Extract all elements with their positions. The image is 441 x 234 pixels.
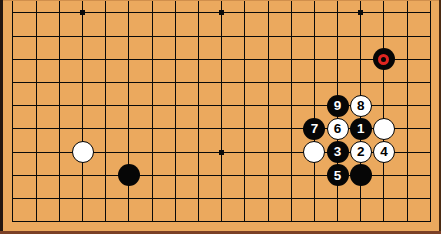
grid-line-v <box>198 117 199 140</box>
intersection-h8 <box>164 48 187 71</box>
intersection-b4 <box>25 141 48 164</box>
grid-line-v <box>152 141 153 164</box>
grid-line-v <box>152 71 153 94</box>
grid-line-v <box>268 164 269 187</box>
grid-line-v <box>198 48 199 71</box>
grid-line-v <box>12 0 13 25</box>
grid-line-v <box>407 164 408 187</box>
intersection-e3 <box>94 164 117 187</box>
grid-line-v <box>430 117 431 140</box>
intersection-n4 <box>280 141 303 164</box>
grid-line-v <box>221 210 222 222</box>
intersection-j6 <box>187 94 210 117</box>
grid-line-v <box>291 141 292 164</box>
intersection-l2 <box>233 187 256 210</box>
intersection-m3 <box>256 164 279 187</box>
grid-line-v <box>128 117 129 140</box>
intersection-o4 <box>303 141 326 164</box>
board-frame-left <box>0 0 3 234</box>
intersection-n6 <box>280 94 303 117</box>
grid-line-v <box>59 25 60 48</box>
intersection-c7 <box>48 71 71 94</box>
grid-line-v <box>82 210 83 222</box>
intersection-d9 <box>71 25 94 48</box>
intersection-j1 <box>187 210 210 233</box>
grid-line-v <box>268 141 269 164</box>
grid-line-v <box>291 71 292 94</box>
intersection-h10 <box>164 1 187 24</box>
grid-line-v <box>152 164 153 187</box>
grid-line-v <box>36 71 37 94</box>
grid-line-v <box>12 187 13 210</box>
intersection-o1 <box>303 210 326 233</box>
intersection-r5 <box>372 117 395 140</box>
grid-line-v <box>59 117 60 140</box>
intersection-a10 <box>1 1 24 24</box>
grid-line-v <box>59 0 60 25</box>
intersection-n9 <box>280 25 303 48</box>
intersection-c8 <box>48 48 71 71</box>
go-board: 987613245 <box>1 1 441 233</box>
intersection-m2 <box>256 187 279 210</box>
intersection-l8 <box>233 48 256 71</box>
grid-line-v <box>59 187 60 210</box>
intersection-h7 <box>164 71 187 94</box>
intersection-k1 <box>210 210 233 233</box>
intersection-b9 <box>25 25 48 48</box>
intersection-k4 <box>210 141 233 164</box>
intersection-k6 <box>210 94 233 117</box>
intersection-g3 <box>141 164 164 187</box>
intersection-g9 <box>141 25 164 48</box>
intersection-a8 <box>1 48 24 71</box>
stone-black-f3 <box>118 164 140 186</box>
grid-line-v <box>268 117 269 140</box>
intersection-l5 <box>233 117 256 140</box>
intersection-t7 <box>419 71 441 94</box>
grid-line-v <box>198 25 199 48</box>
intersection-k3 <box>210 164 233 187</box>
grid-line-v <box>291 164 292 187</box>
stone-white-r5 <box>373 118 395 140</box>
intersection-b1 <box>25 210 48 233</box>
intersection-n1 <box>280 210 303 233</box>
grid-line-h <box>12 198 24 199</box>
intersection-s5 <box>396 117 419 140</box>
intersection-e8 <box>94 48 117 71</box>
grid-line-v <box>314 48 315 71</box>
grid-line-v <box>383 71 384 94</box>
intersection-j5 <box>187 117 210 140</box>
grid-line-v <box>268 210 269 222</box>
intersection-j8 <box>187 48 210 71</box>
grid-line-v <box>36 141 37 164</box>
grid-line-v <box>407 94 408 117</box>
intersection-r6 <box>372 94 395 117</box>
grid-line-v <box>268 25 269 48</box>
grid-line-h <box>12 221 24 222</box>
intersection-q3 <box>349 164 372 187</box>
grid-line-v <box>152 48 153 71</box>
grid-line-v <box>244 71 245 94</box>
intersection-m8 <box>256 48 279 71</box>
intersection-h9 <box>164 25 187 48</box>
grid-line-v <box>82 94 83 117</box>
stone-white-d4 <box>72 141 94 163</box>
grid-line-v <box>291 25 292 48</box>
intersection-l7 <box>233 71 256 94</box>
intersection-e10 <box>94 1 117 24</box>
intersection-t3 <box>419 164 441 187</box>
intersection-a2 <box>1 187 24 210</box>
grid-line-v <box>430 164 431 187</box>
intersection-j2 <box>187 187 210 210</box>
move-number: 3 <box>334 145 342 159</box>
intersection-t6 <box>419 94 441 117</box>
grid-line-v <box>175 48 176 71</box>
intersection-p6: 9 <box>326 94 349 117</box>
grid-line-v <box>128 187 129 210</box>
grid-line-v <box>244 48 245 71</box>
intersection-p4: 3 <box>326 141 349 164</box>
intersection-g2 <box>141 187 164 210</box>
grid-line-v <box>59 210 60 222</box>
intersection-p2 <box>326 187 349 210</box>
grid-line-v <box>360 187 361 210</box>
intersection-l6 <box>233 94 256 117</box>
grid-line-v <box>291 48 292 71</box>
grid-line-v <box>383 25 384 48</box>
intersection-q7 <box>349 71 372 94</box>
grid-line-v <box>152 210 153 222</box>
intersection-m1 <box>256 210 279 233</box>
intersection-j3 <box>187 164 210 187</box>
grid-line-v <box>291 0 292 25</box>
grid-line-v <box>244 94 245 117</box>
move-number: 4 <box>380 145 388 159</box>
intersection-r9 <box>372 25 395 48</box>
intersection-m6 <box>256 94 279 117</box>
grid-line-v <box>12 25 13 48</box>
grid-line-v <box>175 164 176 187</box>
stone-white-o4 <box>303 141 325 163</box>
intersection-j7 <box>187 71 210 94</box>
intersection-e9 <box>94 25 117 48</box>
intersection-g8 <box>141 48 164 71</box>
intersection-o3 <box>303 164 326 187</box>
intersection-d1 <box>71 210 94 233</box>
grid-line-v <box>82 71 83 94</box>
star-point <box>80 10 85 15</box>
grid-line-v <box>268 0 269 25</box>
stone-white-p5: 6 <box>327 118 349 140</box>
move-number: 5 <box>334 169 342 183</box>
grid-line-h <box>12 59 24 60</box>
grid-line-v <box>36 48 37 71</box>
intersection-p8 <box>326 48 349 71</box>
grid-line-v <box>198 210 199 222</box>
intersection-j10 <box>187 1 210 24</box>
grid-line-h <box>12 82 24 83</box>
intersection-l3 <box>233 164 256 187</box>
intersection-d2 <box>71 187 94 210</box>
intersection-q5: 1 <box>349 117 372 140</box>
grid-line-v <box>12 71 13 94</box>
intersection-b5 <box>25 117 48 140</box>
grid-line-v <box>430 141 431 164</box>
intersection-a3 <box>1 164 24 187</box>
grid-line-v <box>430 210 431 222</box>
grid-line-v <box>36 0 37 25</box>
intersection-e1 <box>94 210 117 233</box>
intersection-m10 <box>256 1 279 24</box>
intersection-q6: 8 <box>349 94 372 117</box>
stone-black-r8-circle-marked <box>373 48 395 70</box>
grid-line-v <box>198 141 199 164</box>
grid-line-v <box>105 94 106 117</box>
intersection-f10 <box>117 1 140 24</box>
intersection-r1 <box>372 210 395 233</box>
intersection-o7 <box>303 71 326 94</box>
grid-line-h <box>12 128 24 129</box>
grid-line-v <box>152 94 153 117</box>
grid-line-v <box>407 48 408 71</box>
grid-line-v <box>337 48 338 71</box>
grid-line-v <box>407 141 408 164</box>
grid-line-v <box>175 117 176 140</box>
grid-line-h <box>12 175 24 176</box>
grid-line-v <box>291 210 292 222</box>
grid-line-v <box>82 25 83 48</box>
intersection-p1 <box>326 210 349 233</box>
grid-line-v <box>430 187 431 210</box>
intersection-e4 <box>94 141 117 164</box>
intersection-a7 <box>1 71 24 94</box>
grid-line-v <box>82 117 83 140</box>
grid-line-v <box>12 210 13 222</box>
intersection-f6 <box>117 94 140 117</box>
intersection-f1 <box>117 210 140 233</box>
intersection-d6 <box>71 94 94 117</box>
grid-line-v <box>244 164 245 187</box>
intersection-k9 <box>210 25 233 48</box>
move-number: 9 <box>334 99 342 113</box>
intersection-c1 <box>48 210 71 233</box>
grid-line-v <box>221 164 222 187</box>
intersection-t10 <box>419 1 441 24</box>
grid-line-v <box>337 210 338 222</box>
grid-line-v <box>268 71 269 94</box>
grid-line-v <box>82 187 83 210</box>
grid-line-v <box>152 0 153 25</box>
grid-line-v <box>105 48 106 71</box>
grid-line-v <box>244 25 245 48</box>
intersection-a4 <box>1 141 24 164</box>
grid-line-v <box>36 210 37 222</box>
stone-black-q5: 1 <box>350 118 372 140</box>
intersection-m4 <box>256 141 279 164</box>
intersection-o6 <box>303 94 326 117</box>
intersection-a6 <box>1 94 24 117</box>
intersection-c2 <box>48 187 71 210</box>
grid-line-v <box>105 71 106 94</box>
intersection-n8 <box>280 48 303 71</box>
grid-line-v <box>221 94 222 117</box>
intersection-c9 <box>48 25 71 48</box>
intersection-s9 <box>396 25 419 48</box>
grid-line-v <box>59 164 60 187</box>
grid-line-v <box>36 164 37 187</box>
grid-line-v <box>175 141 176 164</box>
grid-line-v <box>36 117 37 140</box>
grid-line-v <box>105 117 106 140</box>
grid-line-v <box>360 25 361 48</box>
grid-line-v <box>128 94 129 117</box>
intersection-s6 <box>396 94 419 117</box>
grid-line-v <box>221 117 222 140</box>
intersection-q4: 2 <box>349 141 372 164</box>
grid-line-v <box>82 48 83 71</box>
go-board-diagram: 987613245 <box>0 0 441 234</box>
intersection-n2 <box>280 187 303 210</box>
intersection-g7 <box>141 71 164 94</box>
intersection-r2 <box>372 187 395 210</box>
stone-white-q6: 8 <box>350 95 372 117</box>
star-point <box>358 10 363 15</box>
intersection-e2 <box>94 187 117 210</box>
grid-line-v <box>105 164 106 187</box>
intersection-h3 <box>164 164 187 187</box>
intersection-t9 <box>419 25 441 48</box>
grid-line-v <box>360 71 361 94</box>
grid-line-v <box>221 71 222 94</box>
intersection-h4 <box>164 141 187 164</box>
intersection-a9 <box>1 25 24 48</box>
grid-line-v <box>59 94 60 117</box>
grid-line-v <box>430 48 431 71</box>
grid-line-v <box>291 187 292 210</box>
intersection-l10 <box>233 1 256 24</box>
intersection-a5 <box>1 117 24 140</box>
intersection-c6 <box>48 94 71 117</box>
intersection-d3 <box>71 164 94 187</box>
grid-line-v <box>430 71 431 94</box>
intersection-f9 <box>117 25 140 48</box>
intersection-o9 <box>303 25 326 48</box>
intersection-n7 <box>280 71 303 94</box>
grid-line-h <box>12 105 24 106</box>
grid-line-v <box>198 187 199 210</box>
grid-line-v <box>128 48 129 71</box>
intersection-c4 <box>48 141 71 164</box>
grid-line-v <box>383 187 384 210</box>
intersection-g5 <box>141 117 164 140</box>
intersection-j9 <box>187 25 210 48</box>
circle-marker-icon <box>378 54 389 65</box>
intersection-r4: 4 <box>372 141 395 164</box>
intersection-t2 <box>419 187 441 210</box>
grid-line-v <box>244 187 245 210</box>
grid-line-v <box>383 210 384 222</box>
grid-line-h <box>12 152 24 153</box>
grid-line-v <box>430 0 431 25</box>
stone-white-r4: 4 <box>373 141 395 163</box>
move-number: 2 <box>357 145 365 159</box>
grid-line-v <box>291 117 292 140</box>
intersection-d5 <box>71 117 94 140</box>
grid-line-v <box>128 141 129 164</box>
grid-line-v <box>105 141 106 164</box>
intersection-n5 <box>280 117 303 140</box>
grid-line-v <box>175 71 176 94</box>
intersection-q1 <box>349 210 372 233</box>
grid-line-v <box>221 25 222 48</box>
move-number: 8 <box>357 99 365 113</box>
intersection-e5 <box>94 117 117 140</box>
intersection-d7 <box>71 71 94 94</box>
intersection-s8 <box>396 48 419 71</box>
intersection-t5 <box>419 117 441 140</box>
grid-line-v <box>360 48 361 71</box>
intersection-s3 <box>396 164 419 187</box>
intersection-p5: 6 <box>326 117 349 140</box>
grid-line-v <box>175 187 176 210</box>
grid-line-v <box>314 0 315 25</box>
grid-line-v <box>244 141 245 164</box>
intersection-m9 <box>256 25 279 48</box>
board-frame-top <box>0 0 441 1</box>
grid-line-v <box>175 25 176 48</box>
intersection-n10 <box>280 1 303 24</box>
intersection-h2 <box>164 187 187 210</box>
grid-line-v <box>244 0 245 25</box>
intersection-r7 <box>372 71 395 94</box>
grid-line-v <box>244 210 245 222</box>
intersection-g10 <box>141 1 164 24</box>
intersection-a1 <box>1 210 24 233</box>
grid-line-v <box>128 25 129 48</box>
intersection-n3 <box>280 164 303 187</box>
grid-line-v <box>337 71 338 94</box>
intersection-f4 <box>117 141 140 164</box>
intersection-f8 <box>117 48 140 71</box>
intersection-q9 <box>349 25 372 48</box>
grid-line-v <box>221 48 222 71</box>
intersection-l1 <box>233 210 256 233</box>
intersection-g4 <box>141 141 164 164</box>
intersection-h5 <box>164 117 187 140</box>
intersection-h1 <box>164 210 187 233</box>
intersection-k8 <box>210 48 233 71</box>
grid-line-v <box>152 117 153 140</box>
grid-line-v <box>105 25 106 48</box>
star-point <box>219 150 224 155</box>
grid-line-v <box>12 94 13 117</box>
grid-line-v <box>244 117 245 140</box>
move-number: 1 <box>357 122 365 136</box>
grid-line-v <box>383 94 384 117</box>
grid-line-v <box>198 94 199 117</box>
intersection-s2 <box>396 187 419 210</box>
stone-white-q4: 2 <box>350 141 372 163</box>
stone-black-o5: 7 <box>303 118 325 140</box>
intersection-b3 <box>25 164 48 187</box>
intersection-o2 <box>303 187 326 210</box>
grid-line-v <box>198 164 199 187</box>
intersection-s10 <box>396 1 419 24</box>
intersection-o5: 7 <box>303 117 326 140</box>
grid-line-v <box>407 71 408 94</box>
